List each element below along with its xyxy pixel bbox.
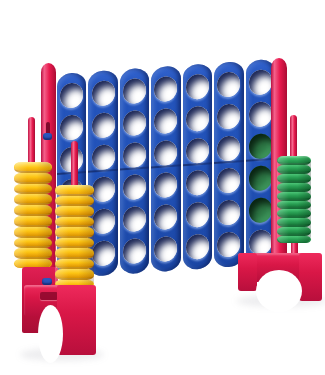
board-hole-r3c5	[186, 137, 209, 164]
yellow-disc	[14, 227, 52, 238]
green-disc	[277, 209, 311, 218]
board-hole-r2c4	[154, 108, 177, 135]
green-disc	[277, 165, 311, 174]
yellow-disc	[55, 196, 94, 207]
board-hole-r5c6	[217, 199, 240, 226]
yellow-disc	[55, 269, 94, 280]
board-hole-r1c3	[123, 78, 146, 105]
locking-pin-icon	[42, 278, 52, 285]
board-hole-r1c4	[154, 76, 177, 103]
board-hole-r3c7	[249, 133, 272, 160]
locking-pin-icon	[43, 133, 52, 140]
right-leg-front-foot	[299, 253, 322, 301]
yellow-disc-stack-front	[55, 185, 94, 288]
yellow-disc	[55, 227, 94, 238]
board-hole-r5c5	[186, 201, 209, 228]
connect-four-product-photo	[0, 0, 325, 375]
board-hole-r2c2	[92, 112, 115, 139]
board-hole-r4c4	[154, 172, 177, 199]
board-column-3	[120, 68, 149, 275]
board-hole-r5c7	[249, 197, 272, 224]
green-disc	[277, 183, 311, 192]
board-hole-r4c7	[249, 165, 272, 192]
board-hole-r3c2	[92, 144, 115, 171]
green-disc	[277, 236, 311, 243]
base-slot	[40, 292, 58, 300]
yellow-disc	[14, 194, 52, 205]
board-hole-r4c3	[123, 174, 146, 201]
yellow-disc	[14, 162, 52, 173]
yellow-disc	[14, 216, 52, 227]
green-disc	[277, 156, 311, 165]
disc-pole-left-front	[71, 141, 78, 191]
yellow-disc	[55, 206, 94, 217]
yellow-disc	[14, 248, 52, 259]
yellow-disc	[14, 238, 52, 249]
board-hole-r4c2	[92, 176, 115, 203]
disc-pole-right	[290, 115, 297, 161]
green-disc	[277, 192, 311, 201]
disc-pole-left-rear	[28, 117, 35, 167]
yellow-disc	[55, 259, 94, 270]
yellow-disc	[55, 185, 94, 196]
board-hole-r2c1	[60, 114, 83, 141]
green-disc	[277, 227, 311, 236]
yellow-disc	[14, 173, 52, 184]
board-hole-r6c6	[217, 231, 240, 258]
board-hole-r6c2	[92, 240, 115, 267]
board-hole-r5c4	[154, 204, 177, 231]
board-hole-r2c7	[249, 101, 272, 128]
left-leg-arch-cutout	[38, 305, 63, 363]
board-hole-r2c6	[217, 103, 240, 130]
yellow-disc-stack-rear	[14, 162, 52, 268]
yellow-disc	[55, 217, 94, 228]
board-hole-r2c5	[186, 105, 209, 132]
yellow-disc	[14, 205, 52, 216]
board-hole-r3c3	[123, 142, 146, 169]
board-hole-r1c1	[60, 82, 83, 109]
right-leg-rear-foot	[238, 253, 257, 291]
board-hole-r4c5	[186, 169, 209, 196]
yellow-disc	[55, 248, 94, 259]
yellow-disc	[55, 238, 94, 249]
green-disc	[277, 174, 311, 183]
board-hole-r1c7	[249, 69, 272, 96]
board-hole-r1c5	[186, 73, 209, 100]
board-hole-r2c3	[123, 110, 146, 137]
green-disc	[277, 201, 311, 210]
board-hole-r3c4	[154, 140, 177, 167]
board-hole-r1c6	[217, 71, 240, 98]
board-hole-r6c5	[186, 233, 209, 260]
board-hole-r6c7	[249, 229, 272, 256]
board-hole-r6c3	[123, 238, 146, 265]
board-column-4	[151, 65, 180, 272]
board-column-6	[214, 61, 243, 268]
board-hole-r1c2	[92, 80, 115, 107]
board-hole-r5c3	[123, 206, 146, 233]
board-hole-r3c6	[217, 135, 240, 162]
right-leg-arch-cutout	[256, 270, 302, 312]
green-disc	[277, 218, 311, 227]
board-column-5	[183, 63, 212, 270]
left-leg-front-foot	[57, 285, 96, 355]
board-hole-r5c2	[92, 208, 115, 235]
green-disc-stack	[277, 156, 311, 243]
board-hole-r6c4	[154, 236, 177, 263]
yellow-disc	[14, 184, 52, 195]
board-hole-r4c6	[217, 167, 240, 194]
